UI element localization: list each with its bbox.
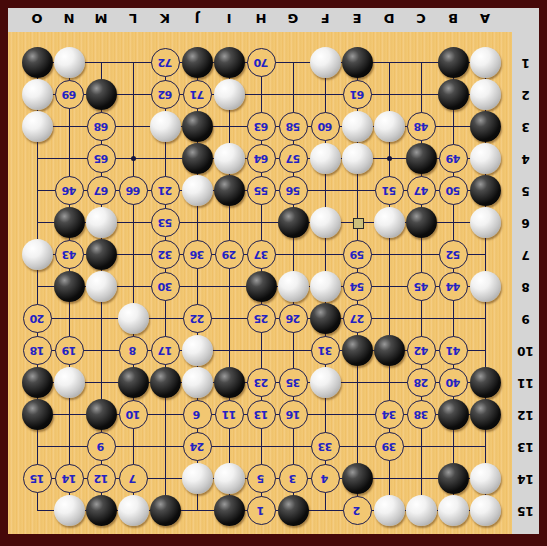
move-circle-24-J13[interactable]: 24 bbox=[183, 432, 212, 461]
move-number: 4 bbox=[321, 473, 328, 484]
move-circle-26-G9[interactable]: 26 bbox=[279, 304, 308, 333]
black-stone-A3[interactable] bbox=[470, 111, 501, 142]
move-number: 15 bbox=[30, 473, 44, 484]
move-number: 72 bbox=[158, 57, 172, 68]
square-marker-E6[interactable] bbox=[353, 218, 364, 229]
move-circle-28-C11[interactable]: 28 bbox=[407, 368, 436, 397]
black-stone-M2[interactable] bbox=[86, 79, 117, 110]
move-number: 65 bbox=[94, 153, 108, 164]
move-number: 21 bbox=[158, 185, 172, 196]
row-label-4: 4 bbox=[512, 150, 539, 166]
white-stone-D6[interactable] bbox=[374, 207, 405, 238]
move-circle-72-K1[interactable]: 72 bbox=[151, 48, 180, 77]
move-circle-5-H14[interactable]: 5 bbox=[247, 464, 276, 493]
move-number: 50 bbox=[446, 185, 460, 196]
black-stone-J3[interactable] bbox=[182, 111, 213, 142]
white-stone-G8[interactable] bbox=[278, 271, 309, 302]
move-circle-71-J2[interactable]: 71 bbox=[183, 80, 212, 109]
move-circle-51-D5[interactable]: 51 bbox=[375, 176, 404, 205]
row-label-12: 12 bbox=[512, 406, 539, 422]
row-label-strip: 123456789101112131415 bbox=[512, 8, 539, 534]
white-stone-N1[interactable] bbox=[54, 47, 85, 78]
move-circle-64-H4[interactable]: 64 bbox=[247, 144, 276, 173]
move-number: 27 bbox=[350, 313, 364, 324]
white-stone-M6[interactable] bbox=[86, 207, 117, 238]
move-circle-68-M3[interactable]: 68 bbox=[87, 112, 116, 141]
move-circle-35-G11[interactable]: 35 bbox=[279, 368, 308, 397]
column-label-H: H bbox=[251, 11, 271, 26]
column-label-A: A bbox=[475, 11, 495, 26]
move-circle-19-N10[interactable]: 19 bbox=[55, 336, 84, 365]
move-number: 51 bbox=[382, 185, 396, 196]
move-number: 47 bbox=[414, 185, 428, 196]
move-number: 1 bbox=[257, 505, 264, 516]
move-number: 6 bbox=[193, 409, 200, 420]
move-number: 48 bbox=[414, 121, 428, 132]
row-label-1: 1 bbox=[512, 54, 539, 70]
move-circle-53-K6[interactable]: 53 bbox=[151, 208, 180, 237]
white-stone-O2[interactable] bbox=[22, 79, 53, 110]
move-number: 60 bbox=[318, 121, 332, 132]
black-stone-I15[interactable] bbox=[214, 495, 245, 526]
move-number: 35 bbox=[286, 377, 300, 388]
move-circle-33-F13[interactable]: 33 bbox=[311, 432, 340, 461]
move-circle-49-B4[interactable]: 49 bbox=[439, 144, 468, 173]
move-number: 29 bbox=[222, 249, 236, 260]
move-number: 30 bbox=[158, 281, 172, 292]
move-circle-7-L14[interactable]: 7 bbox=[119, 464, 148, 493]
move-circle-25-H9[interactable]: 25 bbox=[247, 304, 276, 333]
move-circle-41-B10[interactable]: 41 bbox=[439, 336, 468, 365]
column-label-G: G bbox=[283, 11, 303, 26]
white-stone-E4[interactable] bbox=[342, 143, 373, 174]
move-circle-66-L5[interactable]: 66 bbox=[119, 176, 148, 205]
move-number: 37 bbox=[254, 249, 268, 260]
move-number: 22 bbox=[190, 313, 204, 324]
move-circle-42-C10[interactable]: 42 bbox=[407, 336, 436, 365]
move-circle-37-H7[interactable]: 37 bbox=[247, 240, 276, 269]
black-stone-E10[interactable] bbox=[342, 335, 373, 366]
column-label-C: C bbox=[411, 11, 431, 26]
white-stone-D3[interactable] bbox=[374, 111, 405, 142]
move-number: 52 bbox=[446, 249, 460, 260]
move-circle-36-J7[interactable]: 36 bbox=[183, 240, 212, 269]
black-stone-G15[interactable] bbox=[278, 495, 309, 526]
column-label-N: N bbox=[59, 11, 79, 26]
white-stone-B15[interactable] bbox=[438, 495, 469, 526]
black-stone-A11[interactable] bbox=[470, 367, 501, 398]
move-number: 34 bbox=[382, 409, 396, 420]
white-stone-F8[interactable] bbox=[310, 271, 341, 302]
black-stone-M7[interactable] bbox=[86, 239, 117, 270]
white-stone-L9[interactable] bbox=[118, 303, 149, 334]
white-stone-I2[interactable] bbox=[214, 79, 245, 110]
move-circle-20-O9[interactable]: 20 bbox=[23, 304, 52, 333]
row-label-3: 3 bbox=[512, 118, 539, 134]
move-number: 33 bbox=[318, 441, 332, 452]
white-stone-E3[interactable] bbox=[342, 111, 373, 142]
white-stone-O7[interactable] bbox=[22, 239, 53, 270]
move-circle-39-D13[interactable]: 39 bbox=[375, 432, 404, 461]
row-label-15: 15 bbox=[512, 502, 539, 518]
move-number: 5 bbox=[257, 473, 264, 484]
move-circle-17-K10[interactable]: 17 bbox=[151, 336, 180, 365]
row-label-8: 8 bbox=[512, 278, 539, 294]
black-stone-E14[interactable] bbox=[342, 463, 373, 494]
white-stone-C15[interactable] bbox=[406, 495, 437, 526]
white-stone-D15[interactable] bbox=[374, 495, 405, 526]
black-stone-G6[interactable] bbox=[278, 207, 309, 238]
column-label-I: I bbox=[219, 11, 239, 26]
move-number: 24 bbox=[190, 441, 204, 452]
column-label-K: K bbox=[155, 11, 175, 26]
black-stone-D10[interactable] bbox=[374, 335, 405, 366]
black-stone-C4[interactable] bbox=[406, 143, 437, 174]
move-circle-30-K8[interactable]: 30 bbox=[151, 272, 180, 301]
move-circle-27-E9[interactable]: 27 bbox=[343, 304, 372, 333]
move-circle-21-K5[interactable]: 21 bbox=[151, 176, 180, 205]
move-number: 8 bbox=[129, 345, 136, 356]
move-number: 58 bbox=[286, 121, 300, 132]
white-stone-A2[interactable] bbox=[470, 79, 501, 110]
move-circle-13-H12[interactable]: 13 bbox=[247, 400, 276, 429]
white-stone-L15[interactable] bbox=[118, 495, 149, 526]
black-stone-E1[interactable] bbox=[342, 47, 373, 78]
move-number: 66 bbox=[126, 185, 140, 196]
move-circle-12-M14[interactable]: 12 bbox=[87, 464, 116, 493]
white-stone-J5[interactable] bbox=[182, 175, 213, 206]
move-circle-9-M13[interactable]: 9 bbox=[87, 432, 116, 461]
move-number: 10 bbox=[126, 409, 140, 420]
row-label-5: 5 bbox=[512, 182, 539, 198]
row-label-11: 11 bbox=[512, 374, 539, 390]
column-label-B: B bbox=[443, 11, 463, 26]
black-stone-H8[interactable] bbox=[246, 271, 277, 302]
move-circle-29-I7[interactable]: 29 bbox=[215, 240, 244, 269]
move-number: 42 bbox=[414, 345, 428, 356]
move-number: 57 bbox=[286, 153, 300, 164]
move-circle-55-H5[interactable]: 55 bbox=[247, 176, 276, 205]
move-circle-31-F10[interactable]: 31 bbox=[311, 336, 340, 365]
black-stone-B2[interactable] bbox=[438, 79, 469, 110]
move-circle-11-I12[interactable]: 11 bbox=[215, 400, 244, 429]
move-circle-56-G5[interactable]: 56 bbox=[279, 176, 308, 205]
white-stone-A1[interactable] bbox=[470, 47, 501, 78]
move-circle-58-G3[interactable]: 58 bbox=[279, 112, 308, 141]
row-label-6: 6 bbox=[512, 214, 539, 230]
move-circle-63-H3[interactable]: 63 bbox=[247, 112, 276, 141]
move-number: 46 bbox=[62, 185, 76, 196]
move-number: 67 bbox=[94, 185, 108, 196]
move-circle-67-M5[interactable]: 67 bbox=[87, 176, 116, 205]
black-stone-J1[interactable] bbox=[182, 47, 213, 78]
move-circle-22-J9[interactable]: 22 bbox=[183, 304, 212, 333]
move-number: 36 bbox=[190, 249, 204, 260]
move-number: 14 bbox=[62, 473, 76, 484]
move-circle-69-N2[interactable]: 69 bbox=[55, 80, 84, 109]
move-circle-15-O14[interactable]: 15 bbox=[23, 464, 52, 493]
move-circle-34-D12[interactable]: 34 bbox=[375, 400, 404, 429]
move-number: 16 bbox=[286, 409, 300, 420]
move-circle-1-H15[interactable]: 1 bbox=[247, 496, 276, 525]
black-stone-O11[interactable] bbox=[22, 367, 53, 398]
move-number: 70 bbox=[254, 57, 268, 68]
move-number: 20 bbox=[30, 313, 44, 324]
move-circle-60-F3[interactable]: 60 bbox=[311, 112, 340, 141]
move-circle-38-C12[interactable]: 38 bbox=[407, 400, 436, 429]
black-stone-I5[interactable] bbox=[214, 175, 245, 206]
move-circle-23-H11[interactable]: 23 bbox=[247, 368, 276, 397]
move-number: 13 bbox=[254, 409, 268, 420]
white-stone-F4[interactable] bbox=[310, 143, 341, 174]
move-circle-4-F14[interactable]: 4 bbox=[311, 464, 340, 493]
column-label-D: D bbox=[379, 11, 399, 26]
move-number: 45 bbox=[414, 281, 428, 292]
white-stone-N15[interactable] bbox=[54, 495, 85, 526]
move-circle-32-K7[interactable]: 32 bbox=[151, 240, 180, 269]
black-stone-A5[interactable] bbox=[470, 175, 501, 206]
move-number: 44 bbox=[446, 281, 460, 292]
white-stone-M8[interactable] bbox=[86, 271, 117, 302]
move-number: 23 bbox=[254, 377, 268, 388]
black-stone-M15[interactable] bbox=[86, 495, 117, 526]
move-circle-70-H1[interactable]: 70 bbox=[247, 48, 276, 77]
white-stone-I14[interactable] bbox=[214, 463, 245, 494]
move-number: 62 bbox=[158, 89, 172, 100]
move-number: 11 bbox=[222, 409, 236, 420]
black-stone-O1[interactable] bbox=[22, 47, 53, 78]
move-circle-18-O10[interactable]: 18 bbox=[23, 336, 52, 365]
black-stone-I1[interactable] bbox=[214, 47, 245, 78]
move-number: 2 bbox=[353, 505, 360, 516]
move-number: 43 bbox=[62, 249, 76, 260]
white-stone-F6[interactable] bbox=[310, 207, 341, 238]
white-stone-J10[interactable] bbox=[182, 335, 213, 366]
move-circle-16-G12[interactable]: 16 bbox=[279, 400, 308, 429]
move-circle-8-L10[interactable]: 8 bbox=[119, 336, 148, 365]
column-label-M: M bbox=[91, 11, 111, 26]
move-number: 12 bbox=[94, 473, 108, 484]
white-stone-N11[interactable] bbox=[54, 367, 85, 398]
black-stone-A12[interactable] bbox=[470, 399, 501, 430]
column-label-L: L bbox=[123, 11, 143, 26]
row-label-10: 10 bbox=[512, 342, 539, 358]
column-label-F: F bbox=[315, 11, 335, 26]
move-circle-62-K2[interactable]: 62 bbox=[151, 80, 180, 109]
move-circle-54-E8[interactable]: 54 bbox=[343, 272, 372, 301]
move-number: 18 bbox=[30, 345, 44, 356]
column-label-O: O bbox=[27, 11, 47, 26]
move-circle-59-E7[interactable]: 59 bbox=[343, 240, 372, 269]
move-number: 3 bbox=[289, 473, 296, 484]
move-number: 28 bbox=[414, 377, 428, 388]
move-number: 38 bbox=[414, 409, 428, 420]
white-stone-A6[interactable] bbox=[470, 207, 501, 238]
star-point-D4 bbox=[387, 156, 392, 161]
move-number: 64 bbox=[254, 153, 268, 164]
move-number: 25 bbox=[254, 313, 268, 324]
black-stone-B1[interactable] bbox=[438, 47, 469, 78]
black-stone-N6[interactable] bbox=[54, 207, 85, 238]
move-number: 40 bbox=[446, 377, 460, 388]
move-number: 17 bbox=[158, 345, 172, 356]
move-circle-14-N14[interactable]: 14 bbox=[55, 464, 84, 493]
move-number: 56 bbox=[286, 185, 300, 196]
star-point-L4 bbox=[131, 156, 136, 161]
move-number: 61 bbox=[350, 89, 364, 100]
move-number: 63 bbox=[254, 121, 268, 132]
move-circle-47-C5[interactable]: 47 bbox=[407, 176, 436, 205]
row-label-7: 7 bbox=[512, 246, 539, 262]
black-stone-K11[interactable] bbox=[150, 367, 181, 398]
black-stone-N8[interactable] bbox=[54, 271, 85, 302]
go-diagram: ONMLKJIHGFEDCBA 123456789101112131415 72… bbox=[0, 0, 547, 546]
black-stone-O12[interactable] bbox=[22, 399, 53, 430]
black-stone-M12[interactable] bbox=[86, 399, 117, 430]
move-circle-40-B11[interactable]: 40 bbox=[439, 368, 468, 397]
move-circle-10-L12[interactable]: 10 bbox=[119, 400, 148, 429]
column-label-J: J bbox=[187, 11, 207, 26]
move-circle-48-C3[interactable]: 48 bbox=[407, 112, 436, 141]
black-stone-K15[interactable] bbox=[150, 495, 181, 526]
move-number: 69 bbox=[62, 89, 76, 100]
move-circle-46-N5[interactable]: 46 bbox=[55, 176, 84, 205]
move-number: 31 bbox=[318, 345, 332, 356]
move-number: 9 bbox=[97, 441, 104, 452]
move-circle-44-B8[interactable]: 44 bbox=[439, 272, 468, 301]
white-stone-J11[interactable] bbox=[182, 367, 213, 398]
black-stone-F9[interactable] bbox=[310, 303, 341, 334]
move-circle-52-B7[interactable]: 52 bbox=[439, 240, 468, 269]
black-stone-J4[interactable] bbox=[182, 143, 213, 174]
move-number: 59 bbox=[350, 249, 364, 260]
move-number: 54 bbox=[350, 281, 364, 292]
move-number: 53 bbox=[158, 217, 172, 228]
row-label-14: 14 bbox=[512, 470, 539, 486]
move-circle-45-C8[interactable]: 45 bbox=[407, 272, 436, 301]
white-stone-A8[interactable] bbox=[470, 271, 501, 302]
move-number: 55 bbox=[254, 185, 268, 196]
white-stone-K3[interactable] bbox=[150, 111, 181, 142]
column-label-strip: ONMLKJIHGFEDCBA bbox=[8, 8, 539, 32]
black-stone-B12[interactable] bbox=[438, 399, 469, 430]
row-label-9: 9 bbox=[512, 310, 539, 326]
move-number: 49 bbox=[446, 153, 460, 164]
move-circle-61-E2[interactable]: 61 bbox=[343, 80, 372, 109]
white-stone-J14[interactable] bbox=[182, 463, 213, 494]
move-circle-3-G14[interactable]: 3 bbox=[279, 464, 308, 493]
row-label-2: 2 bbox=[512, 86, 539, 102]
white-stone-A14[interactable] bbox=[470, 463, 501, 494]
move-circle-57-G4[interactable]: 57 bbox=[279, 144, 308, 173]
column-label-E: E bbox=[347, 11, 367, 26]
black-stone-C6[interactable] bbox=[406, 207, 437, 238]
move-circle-50-B5[interactable]: 50 bbox=[439, 176, 468, 205]
move-number: 39 bbox=[382, 441, 396, 452]
white-stone-O3[interactable] bbox=[22, 111, 53, 142]
row-label-13: 13 bbox=[512, 438, 539, 454]
move-number: 32 bbox=[158, 249, 172, 260]
move-circle-2-E15[interactable]: 2 bbox=[343, 496, 372, 525]
go-board[interactable]: 7270696271616863586048656457494667662155… bbox=[8, 32, 512, 534]
white-stone-F11[interactable] bbox=[310, 367, 341, 398]
move-circle-6-J12[interactable]: 6 bbox=[183, 400, 212, 429]
white-stone-I4[interactable] bbox=[214, 143, 245, 174]
move-number: 7 bbox=[129, 473, 136, 484]
move-circle-43-N7[interactable]: 43 bbox=[55, 240, 84, 269]
black-stone-L11[interactable] bbox=[118, 367, 149, 398]
move-number: 41 bbox=[446, 345, 460, 356]
move-number: 71 bbox=[190, 89, 204, 100]
move-circle-65-M4[interactable]: 65 bbox=[87, 144, 116, 173]
white-stone-A4[interactable] bbox=[470, 143, 501, 174]
black-stone-I11[interactable] bbox=[214, 367, 245, 398]
move-number: 68 bbox=[94, 121, 108, 132]
white-stone-A15[interactable] bbox=[470, 495, 501, 526]
white-stone-F1[interactable] bbox=[310, 47, 341, 78]
move-number: 19 bbox=[62, 345, 76, 356]
move-number: 26 bbox=[286, 313, 300, 324]
black-stone-B14[interactable] bbox=[438, 463, 469, 494]
